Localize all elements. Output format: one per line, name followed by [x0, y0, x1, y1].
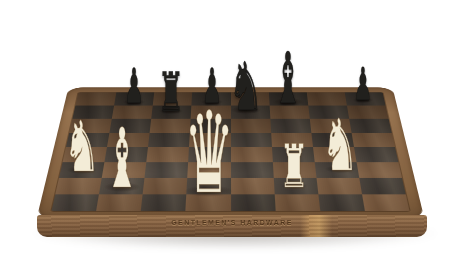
square-a1[interactable]: [51, 194, 99, 211]
square-e5[interactable]: [231, 133, 272, 147]
piece-white-queen-d2[interactable]: ♛: [184, 97, 235, 210]
square-e1[interactable]: [231, 194, 276, 211]
square-h3[interactable]: [356, 162, 402, 178]
piece-white-knight-a3[interactable]: ♞: [64, 112, 100, 182]
brand-engraving: GENTLEMEN'S HARDWARE: [37, 219, 427, 226]
square-h1[interactable]: [362, 194, 410, 211]
square-h4[interactable]: [354, 147, 399, 162]
square-e4[interactable]: [231, 147, 273, 162]
piece-black-pawn-h8[interactable]: ♟: [354, 62, 373, 108]
photo-canvas: GENTLEMEN'S HARDWARE ♟♜♟♞♝♟♞♝♛♜♞: [0, 0, 476, 269]
square-a8[interactable]: [75, 92, 116, 105]
square-g1[interactable]: [318, 194, 365, 211]
piece-black-rook-c7[interactable]: ♜: [158, 66, 184, 120]
piece-white-bishop-b2[interactable]: ♝: [105, 118, 139, 201]
square-c2[interactable]: [143, 178, 188, 194]
square-c1[interactable]: [141, 194, 187, 211]
piece-white-rook-f2[interactable]: ♜: [279, 136, 308, 196]
wood-grain-patch: [300, 215, 332, 237]
square-c3[interactable]: [145, 162, 189, 178]
piece-black-bishop-f8[interactable]: ♝: [273, 43, 302, 114]
piece-white-knight-g3[interactable]: ♞: [321, 110, 358, 181]
square-e2[interactable]: [231, 178, 275, 194]
piece-black-pawn-b8[interactable]: ♟: [124, 62, 144, 111]
square-e3[interactable]: [231, 162, 274, 178]
square-h2[interactable]: [359, 178, 406, 194]
